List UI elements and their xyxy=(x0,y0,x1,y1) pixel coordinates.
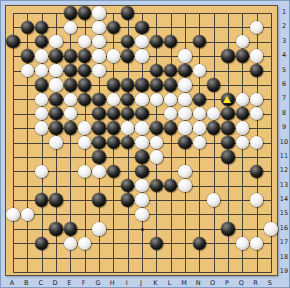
column-label: D xyxy=(52,280,57,287)
last-move-marker xyxy=(223,96,231,103)
white-stone[interactable] xyxy=(178,121,191,134)
row-label: 10 xyxy=(280,138,288,145)
row-label: 12 xyxy=(280,167,288,174)
row-label: 16 xyxy=(280,225,288,232)
white-stone[interactable] xyxy=(178,165,191,178)
white-stone[interactable] xyxy=(236,136,249,149)
white-stone[interactable] xyxy=(92,35,105,48)
black-stone[interactable] xyxy=(35,78,48,91)
white-stone[interactable] xyxy=(107,49,120,62)
white-stone[interactable] xyxy=(250,107,263,120)
white-stone[interactable] xyxy=(164,93,177,106)
row-label: 1 xyxy=(282,9,286,16)
black-stone[interactable] xyxy=(92,121,105,134)
black-stone[interactable] xyxy=(150,78,163,91)
white-stone[interactable] xyxy=(135,93,148,106)
black-stone[interactable] xyxy=(221,49,234,62)
column-label: L xyxy=(168,280,172,287)
black-stone[interactable] xyxy=(178,136,191,149)
black-stone[interactable] xyxy=(121,193,134,206)
white-stone[interactable] xyxy=(135,49,148,62)
row-label: 19 xyxy=(280,268,288,275)
black-stone[interactable] xyxy=(92,193,105,206)
black-stone[interactable] xyxy=(150,179,163,192)
black-stone[interactable] xyxy=(164,35,177,48)
white-stone[interactable] xyxy=(35,93,48,106)
black-stone[interactable] xyxy=(92,93,105,106)
column-label: E xyxy=(67,280,71,287)
white-stone[interactable] xyxy=(250,136,263,149)
black-stone[interactable] xyxy=(78,6,91,19)
black-stone[interactable] xyxy=(193,35,206,48)
black-stone[interactable] xyxy=(178,64,191,77)
white-stone[interactable] xyxy=(193,136,206,149)
white-stone[interactable] xyxy=(64,21,77,34)
black-stone[interactable] xyxy=(135,78,148,91)
white-stone[interactable] xyxy=(49,64,62,77)
column-label: N xyxy=(196,280,201,287)
row-label: 7 xyxy=(282,95,286,102)
row-label: 2 xyxy=(282,23,286,30)
row-label: 11 xyxy=(280,153,288,160)
black-stone[interactable] xyxy=(121,49,134,62)
black-stone[interactable] xyxy=(221,121,234,134)
black-stone[interactable] xyxy=(49,107,62,120)
column-label: F xyxy=(82,280,86,287)
grid-line-horizontal xyxy=(13,243,272,244)
row-coordinates-ruler: 12345678910111213141516171819 xyxy=(278,5,290,276)
black-stone[interactable] xyxy=(49,222,62,235)
black-stone[interactable] xyxy=(150,35,163,48)
white-stone[interactable] xyxy=(164,107,177,120)
white-stone[interactable] xyxy=(150,136,163,149)
white-stone[interactable] xyxy=(64,237,77,250)
black-stone[interactable] xyxy=(221,150,234,163)
white-stone[interactable] xyxy=(193,64,206,77)
black-stone[interactable] xyxy=(250,64,263,77)
black-stone[interactable] xyxy=(21,21,34,34)
black-stone[interactable] xyxy=(107,136,120,149)
black-stone[interactable] xyxy=(135,150,148,163)
row-label: 5 xyxy=(282,66,286,73)
white-stone[interactable] xyxy=(193,121,206,134)
black-stone[interactable] xyxy=(121,136,134,149)
white-stone[interactable] xyxy=(121,121,134,134)
white-stone[interactable] xyxy=(193,107,206,120)
white-stone[interactable] xyxy=(207,107,220,120)
white-stone[interactable] xyxy=(35,64,48,77)
column-label: H xyxy=(110,280,115,287)
black-stone[interactable] xyxy=(21,49,34,62)
white-stone[interactable] xyxy=(107,93,120,106)
row-label: 18 xyxy=(280,253,288,260)
white-stone[interactable] xyxy=(250,237,263,250)
white-stone[interactable] xyxy=(135,121,148,134)
black-stone[interactable] xyxy=(121,78,134,91)
black-stone[interactable] xyxy=(92,107,105,120)
row-label: 14 xyxy=(280,196,288,203)
black-stone[interactable] xyxy=(78,93,91,106)
black-stone[interactable] xyxy=(64,121,77,134)
white-stone[interactable] xyxy=(178,179,191,192)
white-stone[interactable] xyxy=(49,78,62,91)
black-stone[interactable] xyxy=(6,35,19,48)
row-label: 17 xyxy=(280,239,288,246)
white-stone[interactable] xyxy=(78,35,91,48)
grid-line-horizontal xyxy=(13,272,272,273)
black-stone[interactable] xyxy=(121,93,134,106)
column-label: S xyxy=(268,280,272,287)
white-stone[interactable] xyxy=(92,49,105,62)
white-stone[interactable] xyxy=(178,93,191,106)
column-label: B xyxy=(24,280,28,287)
row-label: 6 xyxy=(282,81,286,88)
white-stone[interactable] xyxy=(236,35,249,48)
black-stone[interactable] xyxy=(35,21,48,34)
white-stone[interactable] xyxy=(150,93,163,106)
black-stone[interactable] xyxy=(64,49,77,62)
white-stone[interactable] xyxy=(78,136,91,149)
black-stone[interactable] xyxy=(78,78,91,91)
white-stone[interactable] xyxy=(178,49,191,62)
black-stone[interactable] xyxy=(64,222,77,235)
black-stone[interactable] xyxy=(121,107,134,120)
white-stone[interactable] xyxy=(49,35,62,48)
white-stone[interactable] xyxy=(35,49,48,62)
star-point xyxy=(141,228,144,231)
white-stone[interactable] xyxy=(49,136,62,149)
black-stone[interactable] xyxy=(135,165,148,178)
black-stone[interactable] xyxy=(207,121,220,134)
white-stone[interactable] xyxy=(135,136,148,149)
white-stone[interactable] xyxy=(207,193,220,206)
white-stone[interactable] xyxy=(92,64,105,77)
black-stone[interactable] xyxy=(207,78,220,91)
black-stone[interactable] xyxy=(35,35,48,48)
white-stone[interactable] xyxy=(150,150,163,163)
column-coordinates-ruler: ABCDEFGHIJKLMNOPQRS xyxy=(5,277,278,288)
white-stone[interactable] xyxy=(250,49,263,62)
black-stone[interactable] xyxy=(49,49,62,62)
black-stone[interactable] xyxy=(107,121,120,134)
row-label: 4 xyxy=(282,52,286,59)
black-stone[interactable] xyxy=(164,78,177,91)
white-stone[interactable] xyxy=(178,78,191,91)
column-label: Q xyxy=(239,280,244,287)
black-stone[interactable] xyxy=(107,107,120,120)
white-stone[interactable] xyxy=(250,93,263,106)
white-stone[interactable] xyxy=(236,121,249,134)
white-stone[interactable] xyxy=(92,222,105,235)
white-stone[interactable] xyxy=(21,64,34,77)
row-label: 15 xyxy=(280,210,288,217)
black-stone[interactable] xyxy=(193,93,206,106)
white-stone[interactable] xyxy=(92,165,105,178)
black-stone[interactable] xyxy=(193,237,206,250)
black-stone[interactable] xyxy=(92,150,105,163)
white-stone[interactable] xyxy=(64,93,77,106)
white-stone[interactable] xyxy=(92,6,105,19)
white-stone[interactable] xyxy=(35,107,48,120)
goban[interactable] xyxy=(5,5,278,276)
black-stone[interactable] xyxy=(221,107,234,120)
black-stone[interactable] xyxy=(135,107,148,120)
black-stone[interactable] xyxy=(64,6,77,19)
white-stone[interactable] xyxy=(64,107,77,120)
column-label: G xyxy=(95,280,100,287)
white-stone[interactable] xyxy=(135,208,148,221)
black-stone[interactable] xyxy=(35,237,48,250)
white-stone[interactable] xyxy=(178,107,191,120)
column-label: M xyxy=(181,280,187,287)
white-stone[interactable] xyxy=(35,121,48,134)
white-stone[interactable] xyxy=(264,222,277,235)
black-stone[interactable] xyxy=(135,21,148,34)
grid-line-horizontal xyxy=(13,258,272,259)
white-stone[interactable] xyxy=(35,165,48,178)
column-label: I xyxy=(126,280,128,287)
white-stone[interactable] xyxy=(236,93,249,106)
white-stone[interactable] xyxy=(250,21,263,34)
black-stone[interactable] xyxy=(64,78,77,91)
white-stone[interactable] xyxy=(250,193,263,206)
white-stone[interactable] xyxy=(78,165,91,178)
black-stone[interactable] xyxy=(78,64,91,77)
column-label: K xyxy=(153,280,157,287)
black-stone[interactable] xyxy=(121,35,134,48)
black-stone[interactable] xyxy=(250,165,263,178)
column-label: R xyxy=(253,280,258,287)
white-stone[interactable] xyxy=(135,179,148,192)
black-stone[interactable] xyxy=(221,222,234,235)
black-stone[interactable] xyxy=(64,64,77,77)
black-stone[interactable] xyxy=(35,193,48,206)
white-stone[interactable] xyxy=(78,237,91,250)
row-label: 13 xyxy=(280,181,288,188)
row-label: 9 xyxy=(282,124,286,131)
grid-line-vertical xyxy=(171,13,172,273)
go-board-window: ABCDEFGHIJKLMNOPQRS 12345678910111213141… xyxy=(0,0,290,288)
black-stone[interactable] xyxy=(49,93,62,106)
column-label: P xyxy=(225,280,229,287)
black-stone[interactable] xyxy=(107,165,120,178)
black-stone[interactable] xyxy=(121,179,134,192)
white-stone[interactable] xyxy=(92,21,105,34)
white-stone[interactable] xyxy=(78,121,91,134)
column-label: C xyxy=(38,280,43,287)
black-stone[interactable] xyxy=(107,21,120,34)
black-stone[interactable] xyxy=(150,237,163,250)
grid-line-vertical xyxy=(214,13,215,273)
black-stone[interactable] xyxy=(150,121,163,134)
column-label: O xyxy=(210,280,215,287)
black-stone[interactable] xyxy=(107,78,120,91)
white-stone[interactable] xyxy=(236,237,249,250)
white-stone[interactable] xyxy=(6,208,19,221)
black-stone[interactable] xyxy=(236,49,249,62)
row-label: 8 xyxy=(282,109,286,116)
black-stone[interactable] xyxy=(92,136,105,149)
black-stone[interactable] xyxy=(164,179,177,192)
black-stone[interactable] xyxy=(164,121,177,134)
black-stone[interactable] xyxy=(221,136,234,149)
black-stone[interactable] xyxy=(150,64,163,77)
black-stone[interactable] xyxy=(164,64,177,77)
white-stone[interactable] xyxy=(135,193,148,206)
row-label: 3 xyxy=(282,38,286,45)
column-label: J xyxy=(140,280,142,287)
column-label: A xyxy=(10,280,14,287)
black-stone[interactable] xyxy=(121,6,134,19)
black-stone[interactable] xyxy=(78,49,91,62)
black-stone[interactable] xyxy=(236,107,249,120)
black-stone[interactable] xyxy=(49,121,62,134)
black-stone[interactable] xyxy=(49,193,62,206)
white-stone[interactable] xyxy=(135,35,148,48)
white-stone[interactable] xyxy=(21,208,34,221)
